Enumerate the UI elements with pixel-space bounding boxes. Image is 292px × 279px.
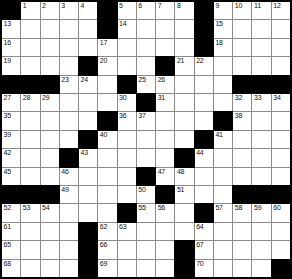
cell-r2c5[interactable]: 17 [98, 39, 116, 56]
cell-r9c9[interactable]: 48 [175, 168, 193, 185]
cell-r12c9[interactable] [175, 223, 193, 240]
clue-number-58: 58 [235, 204, 242, 212]
cell-r2c1[interactable] [21, 39, 39, 56]
cell-r2c7[interactable] [137, 39, 155, 56]
cell-r9c12[interactable] [233, 168, 251, 185]
cell-r13c7[interactable] [137, 241, 155, 258]
cell-r7c8[interactable] [156, 131, 174, 148]
clue-number-63: 63 [119, 223, 126, 231]
cell-r1c8[interactable] [156, 20, 174, 37]
cell-r7c3[interactable] [60, 131, 78, 148]
cell-r8c8[interactable] [156, 149, 174, 166]
cell-r1c12[interactable] [233, 20, 251, 37]
black-cell-r2c10 [195, 39, 213, 56]
cell-r6c7[interactable]: 37 [137, 112, 155, 129]
clue-number-17: 17 [100, 39, 107, 47]
cell-r11c5[interactable] [98, 204, 116, 221]
cell-r10c11[interactable] [214, 186, 232, 203]
cell-r0c2[interactable]: 2 [41, 2, 59, 19]
cell-r3c0[interactable]: 19 [2, 57, 20, 74]
cell-r14c11[interactable] [214, 260, 232, 277]
clue-number-24: 24 [81, 76, 88, 84]
cell-r13c1[interactable] [21, 241, 39, 258]
cell-r8c6[interactable] [118, 149, 136, 166]
black-cell-r5c7 [137, 94, 155, 111]
clue-number-33: 33 [254, 94, 261, 102]
clue-number-34: 34 [273, 94, 280, 102]
cell-r7c14[interactable] [272, 131, 290, 148]
black-cell-r0c5 [98, 2, 116, 19]
cell-r8c14[interactable] [272, 149, 290, 166]
cell-r5c1[interactable]: 28 [21, 94, 39, 111]
clue-number-68: 68 [4, 260, 11, 268]
clue-number-45: 45 [4, 168, 11, 176]
clue-number-38: 38 [235, 112, 242, 120]
cell-r1c1[interactable] [21, 20, 39, 37]
cell-r2c13[interactable] [252, 39, 270, 56]
black-cell-r3c4 [79, 57, 97, 74]
clue-number-44: 44 [196, 149, 203, 157]
cell-r4c11[interactable] [214, 76, 232, 93]
clue-number-59: 59 [254, 204, 261, 212]
cell-r6c12[interactable]: 38 [233, 112, 251, 129]
cell-r1c4[interactable] [79, 20, 97, 37]
cell-r11c11[interactable]: 57 [214, 204, 232, 221]
cell-r1c9[interactable] [175, 20, 193, 37]
cell-r13c12[interactable] [233, 241, 251, 258]
cell-r14c7[interactable] [137, 260, 155, 277]
cell-r14c5[interactable]: 69 [98, 260, 116, 277]
cell-r11c7[interactable]: 55 [137, 204, 155, 221]
cell-r14c10[interactable]: 70 [195, 260, 213, 277]
clue-number-4: 4 [81, 2, 85, 10]
clue-number-30: 30 [119, 94, 126, 102]
cell-r9c3[interactable]: 46 [60, 168, 78, 185]
black-cell-r14c9 [175, 260, 193, 277]
cell-r10c6[interactable] [118, 186, 136, 203]
cell-r9c10[interactable] [195, 168, 213, 185]
clue-number-26: 26 [158, 76, 165, 84]
cell-r2c14[interactable] [272, 39, 290, 56]
black-cell-r10c12 [233, 186, 251, 203]
cell-r0c9[interactable]: 8 [175, 2, 193, 19]
cell-r0c8[interactable]: 7 [156, 2, 174, 19]
cell-r12c2[interactable] [41, 223, 59, 240]
cell-r8c13[interactable] [252, 149, 270, 166]
cell-r12c13[interactable] [252, 223, 270, 240]
cell-r7c0[interactable]: 39 [2, 131, 20, 148]
cell-r3c5[interactable]: 20 [98, 57, 116, 74]
black-cell-r10c1 [21, 186, 39, 203]
cell-r10c9[interactable]: 51 [175, 186, 193, 203]
cell-r7c6[interactable] [118, 131, 136, 148]
black-cell-r11c6 [118, 204, 136, 221]
clue-number-62: 62 [100, 223, 107, 231]
clue-number-5: 5 [119, 2, 123, 10]
cell-r13c11[interactable] [214, 241, 232, 258]
clue-number-25: 25 [138, 76, 145, 84]
clue-number-2: 2 [42, 2, 46, 10]
cell-r9c2[interactable] [41, 168, 59, 185]
cell-r8c7[interactable] [137, 149, 155, 166]
clue-number-46: 46 [61, 168, 68, 176]
clue-number-32: 32 [235, 94, 242, 102]
cell-r6c6[interactable]: 36 [118, 112, 136, 129]
cell-r5c12[interactable]: 32 [233, 94, 251, 111]
black-cell-r4c12 [233, 76, 251, 93]
clue-number-3: 3 [61, 2, 65, 10]
cell-r6c8[interactable] [156, 112, 174, 129]
cell-r5c2[interactable]: 29 [41, 94, 59, 111]
cell-r2c2[interactable] [41, 39, 59, 56]
black-cell-r10c14 [272, 186, 290, 203]
cell-r12c5[interactable]: 62 [98, 223, 116, 240]
clue-number-49: 49 [61, 186, 68, 194]
cell-r1c0[interactable]: 13 [2, 20, 20, 37]
black-cell-r12c4 [79, 223, 97, 240]
clue-number-36: 36 [119, 112, 126, 120]
cell-r7c13[interactable] [252, 131, 270, 148]
cell-r14c8[interactable] [156, 260, 174, 277]
cell-r5c0[interactable]: 27 [2, 94, 20, 111]
cell-r11c14[interactable]: 60 [272, 204, 290, 221]
black-cell-r13c9 [175, 241, 193, 258]
clue-number-60: 60 [273, 204, 280, 212]
clue-number-48: 48 [177, 168, 184, 176]
cell-r1c13[interactable] [252, 20, 270, 37]
cell-r4c5[interactable] [98, 76, 116, 93]
cell-r9c1[interactable] [21, 168, 39, 185]
cell-r3c14[interactable] [272, 57, 290, 74]
clue-number-11: 11 [254, 2, 261, 10]
cell-r8c1[interactable] [21, 149, 39, 166]
cell-r12c11[interactable] [214, 223, 232, 240]
cell-r12c12[interactable] [233, 223, 251, 240]
cell-r4c9[interactable] [175, 76, 193, 93]
clue-number-1: 1 [23, 2, 27, 10]
clue-number-50: 50 [138, 186, 145, 194]
cell-r3c11[interactable] [214, 57, 232, 74]
clue-number-57: 57 [215, 204, 222, 212]
clue-number-35: 35 [4, 112, 11, 120]
clue-number-53: 53 [23, 204, 30, 212]
cell-r9c11[interactable] [214, 168, 232, 185]
black-cell-r8c9 [175, 149, 193, 166]
clue-number-14: 14 [119, 20, 126, 28]
clue-number-29: 29 [42, 94, 49, 102]
clue-number-64: 64 [196, 223, 203, 231]
cell-r0c4[interactable]: 4 [79, 2, 97, 19]
cell-r4c3[interactable]: 23 [60, 76, 78, 93]
cell-r8c4[interactable]: 43 [79, 149, 97, 166]
cell-r12c0[interactable]: 61 [2, 223, 20, 240]
cell-r1c6[interactable]: 14 [118, 20, 136, 37]
black-cell-r4c6 [118, 76, 136, 93]
cell-r7c12[interactable] [233, 131, 251, 148]
cell-r2c11[interactable]: 18 [214, 39, 232, 56]
cell-r5c11[interactable] [214, 94, 232, 111]
cell-r8c2[interactable] [41, 149, 59, 166]
cell-r14c3[interactable] [60, 260, 78, 277]
black-cell-r14c4 [79, 260, 97, 277]
clue-number-52: 52 [4, 204, 11, 212]
cell-r5c4[interactable] [79, 94, 97, 111]
cell-r11c8[interactable]: 56 [156, 204, 174, 221]
cell-r6c2[interactable] [41, 112, 59, 129]
clue-number-31: 31 [158, 94, 165, 102]
clue-number-43: 43 [81, 149, 88, 157]
cell-r4c7[interactable]: 25 [137, 76, 155, 93]
cell-r7c11[interactable]: 41 [214, 131, 232, 148]
black-cell-r4c13 [252, 76, 270, 93]
black-cell-r14c14 [272, 260, 290, 277]
cell-r7c7[interactable] [137, 131, 155, 148]
cell-r0c14[interactable]: 12 [272, 2, 290, 19]
clue-number-61: 61 [4, 223, 11, 231]
cell-r2c9[interactable] [175, 39, 193, 56]
clue-number-37: 37 [138, 112, 145, 120]
cell-r14c12[interactable] [233, 260, 251, 277]
cell-r3c10[interactable]: 22 [195, 57, 213, 74]
clue-number-20: 20 [100, 57, 107, 65]
cell-r3c6[interactable] [118, 57, 136, 74]
clue-number-6: 6 [138, 2, 142, 10]
clue-number-65: 65 [4, 241, 11, 249]
cell-r5c13[interactable]: 33 [252, 94, 270, 111]
clue-number-51: 51 [177, 186, 184, 194]
cell-r13c5[interactable]: 66 [98, 241, 116, 258]
cell-r8c10[interactable]: 44 [195, 149, 213, 166]
cell-r12c10[interactable]: 64 [195, 223, 213, 240]
cell-r13c10[interactable]: 67 [195, 241, 213, 258]
cell-r7c5[interactable]: 40 [98, 131, 116, 148]
cell-r10c3[interactable]: 49 [60, 186, 78, 203]
clue-number-56: 56 [158, 204, 165, 212]
cell-r12c14[interactable] [272, 223, 290, 240]
black-cell-r6c5 [98, 112, 116, 129]
cell-r0c1[interactable]: 1 [21, 2, 39, 19]
cell-r10c5[interactable] [98, 186, 116, 203]
cell-r12c8[interactable] [156, 223, 174, 240]
cell-r3c12[interactable] [233, 57, 251, 74]
black-cell-r0c10 [195, 2, 213, 19]
cell-r3c1[interactable] [21, 57, 39, 74]
cell-r4c4[interactable]: 24 [79, 76, 97, 93]
clue-number-41: 41 [215, 131, 222, 139]
cell-r11c9[interactable] [175, 204, 193, 221]
cell-r6c9[interactable] [175, 112, 193, 129]
cell-r3c2[interactable] [41, 57, 59, 74]
clue-number-70: 70 [196, 260, 203, 268]
clue-number-27: 27 [4, 94, 11, 102]
cell-r14c6[interactable] [118, 260, 136, 277]
cell-r3c3[interactable] [60, 57, 78, 74]
cell-r7c2[interactable] [41, 131, 59, 148]
cell-r6c13[interactable] [252, 112, 270, 129]
cell-r6c3[interactable] [60, 112, 78, 129]
cell-r9c0[interactable]: 45 [2, 168, 20, 185]
clue-number-12: 12 [273, 2, 280, 10]
clue-number-22: 22 [196, 57, 203, 65]
cell-r2c8[interactable] [156, 39, 174, 56]
cell-r6c4[interactable] [79, 112, 97, 129]
cell-r11c12[interactable]: 58 [233, 204, 251, 221]
cell-r9c14[interactable] [272, 168, 290, 185]
black-cell-r8c3 [60, 149, 78, 166]
black-cell-r4c1 [21, 76, 39, 93]
cell-r13c2[interactable] [41, 241, 59, 258]
cell-r5c6[interactable]: 30 [118, 94, 136, 111]
cell-r12c1[interactable] [21, 223, 39, 240]
cell-r1c11[interactable]: 15 [214, 20, 232, 37]
cell-r1c2[interactable] [41, 20, 59, 37]
cell-r5c14[interactable]: 34 [272, 94, 290, 111]
cell-r4c10[interactable] [195, 76, 213, 93]
cell-r8c11[interactable] [214, 149, 232, 166]
clue-number-67: 67 [196, 241, 203, 249]
cell-r8c5[interactable] [98, 149, 116, 166]
cell-r13c3[interactable] [60, 241, 78, 258]
cell-r12c3[interactable] [60, 223, 78, 240]
cell-r13c8[interactable] [156, 241, 174, 258]
cell-r12c7[interactable] [137, 223, 155, 240]
cell-r0c12[interactable]: 10 [233, 2, 251, 19]
clue-number-23: 23 [61, 76, 68, 84]
crossword-board: 1234567891011121314151617181920212223242… [0, 0, 292, 279]
black-cell-r1c5 [98, 20, 116, 37]
cell-r11c3[interactable] [60, 204, 78, 221]
black-cell-r11c10 [195, 204, 213, 221]
cell-r1c14[interactable] [272, 20, 290, 37]
cell-r6c1[interactable] [21, 112, 39, 129]
black-cell-r7c10 [195, 131, 213, 148]
black-cell-r0c0 [2, 2, 20, 19]
cell-r11c1[interactable]: 53 [21, 204, 39, 221]
clue-number-39: 39 [4, 131, 11, 139]
cell-r11c0[interactable]: 52 [2, 204, 20, 221]
clue-number-19: 19 [4, 57, 11, 65]
black-cell-r10c8 [156, 186, 174, 203]
cell-r12c6[interactable]: 63 [118, 223, 136, 240]
black-cell-r1c10 [195, 20, 213, 37]
cell-r14c2[interactable] [41, 260, 59, 277]
cell-r13c6[interactable] [118, 241, 136, 258]
cell-r14c0[interactable]: 68 [2, 260, 20, 277]
cell-r8c0[interactable]: 42 [2, 149, 20, 166]
cell-r2c4[interactable] [79, 39, 97, 56]
cell-r5c8[interactable]: 31 [156, 94, 174, 111]
clue-number-40: 40 [100, 131, 107, 139]
cell-r0c6[interactable]: 5 [118, 2, 136, 19]
clue-number-7: 7 [158, 2, 162, 10]
cell-r14c13[interactable] [252, 260, 270, 277]
black-cell-r13c4 [79, 241, 97, 258]
cell-r9c4[interactable] [79, 168, 97, 185]
cell-r9c6[interactable] [118, 168, 136, 185]
cell-r5c9[interactable] [175, 94, 193, 111]
clue-number-10: 10 [235, 2, 242, 10]
cell-r6c10[interactable] [195, 112, 213, 129]
cell-r0c3[interactable]: 3 [60, 2, 78, 19]
cell-r9c13[interactable] [252, 168, 270, 185]
cell-r6c14[interactable] [272, 112, 290, 129]
cell-r10c10[interactable] [195, 186, 213, 203]
cell-r1c7[interactable] [137, 20, 155, 37]
cell-r4c8[interactable]: 26 [156, 76, 174, 93]
cell-r2c6[interactable] [118, 39, 136, 56]
black-cell-r3c8 [156, 57, 174, 74]
clue-number-42: 42 [4, 149, 11, 157]
cell-r14c1[interactable] [21, 260, 39, 277]
clue-number-55: 55 [138, 204, 145, 212]
clue-number-28: 28 [23, 94, 30, 102]
cell-r3c9[interactable]: 21 [175, 57, 193, 74]
cell-r13c0[interactable]: 65 [2, 241, 20, 258]
clue-number-16: 16 [4, 39, 11, 47]
black-cell-r10c2 [41, 186, 59, 203]
cell-r2c3[interactable] [60, 39, 78, 56]
clue-number-9: 9 [215, 2, 219, 10]
clue-number-13: 13 [4, 20, 11, 28]
cell-r10c7[interactable]: 50 [137, 186, 155, 203]
black-cell-r10c13 [252, 186, 270, 203]
clue-number-18: 18 [215, 39, 222, 47]
black-cell-r4c0 [2, 76, 20, 93]
cell-r2c12[interactable] [233, 39, 251, 56]
cell-r7c9[interactable] [175, 131, 193, 148]
clue-number-21: 21 [177, 57, 184, 65]
cell-r13c13[interactable] [252, 241, 270, 258]
cell-r5c3[interactable] [60, 94, 78, 111]
cell-r11c13[interactable]: 59 [252, 204, 270, 221]
black-cell-r7c4 [79, 131, 97, 148]
cell-r3c13[interactable] [252, 57, 270, 74]
cell-r1c3[interactable] [60, 20, 78, 37]
cell-r6c0[interactable]: 35 [2, 112, 20, 129]
cell-r11c4[interactable] [79, 204, 97, 221]
cell-r13c14[interactable] [272, 241, 290, 258]
cell-r9c5[interactable] [98, 168, 116, 185]
clue-number-8: 8 [177, 2, 181, 10]
black-cell-r4c2 [41, 76, 59, 93]
cell-r0c11[interactable]: 9 [214, 2, 232, 19]
cell-r5c10[interactable] [195, 94, 213, 111]
cell-r7c1[interactable] [21, 131, 39, 148]
cell-r3c7[interactable] [137, 57, 155, 74]
black-cell-r4c14 [272, 76, 290, 93]
clue-number-69: 69 [100, 260, 107, 268]
black-cell-r9c7 [137, 168, 155, 185]
cell-r10c4[interactable] [79, 186, 97, 203]
cell-r0c7[interactable]: 6 [137, 2, 155, 19]
cell-r9c8[interactable]: 47 [156, 168, 174, 185]
cell-r2c0[interactable]: 16 [2, 39, 20, 56]
clue-number-15: 15 [215, 20, 222, 28]
cell-r11c2[interactable]: 54 [41, 204, 59, 221]
black-cell-r10c0 [2, 186, 20, 203]
clue-number-47: 47 [158, 168, 165, 176]
clue-number-66: 66 [100, 241, 107, 249]
clue-number-54: 54 [42, 204, 49, 212]
cell-r8c12[interactable] [233, 149, 251, 166]
black-cell-r6c11 [214, 112, 232, 129]
cell-r5c5[interactable] [98, 94, 116, 111]
cell-r0c13[interactable]: 11 [252, 2, 270, 19]
